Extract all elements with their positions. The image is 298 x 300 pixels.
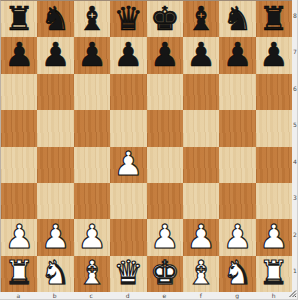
black-rook[interactable]: ♜ [4, 2, 34, 35]
square-a6[interactable] [1, 74, 37, 110]
black-pawn[interactable]: ♟ [114, 38, 144, 71]
square-d2[interactable] [110, 219, 146, 255]
square-h3[interactable] [256, 183, 292, 219]
square-g1[interactable]: ♞ [219, 256, 255, 292]
square-c6[interactable] [74, 74, 110, 110]
square-b2[interactable]: ♟ [37, 219, 73, 255]
rank-label-1: 1 [292, 253, 298, 290]
square-a7[interactable]: ♟ [1, 37, 37, 73]
square-g7[interactable]: ♟ [219, 37, 255, 73]
white-bishop[interactable]: ♝ [77, 256, 107, 289]
black-bishop[interactable]: ♝ [77, 2, 107, 35]
square-a4[interactable] [1, 147, 37, 183]
white-pawn[interactable]: ♟ [77, 220, 107, 253]
chess-board: ♜♞♝♛♚♝♞♜♟♟♟♟♟♟♟♟♟♟♟♟♟♟♟♟♜♞♝♛♚♝♞♜ [0, 0, 292, 292]
square-g6[interactable] [219, 74, 255, 110]
resize-grip-icon[interactable] [288, 289, 297, 298]
rank-label-5: 5 [292, 107, 298, 144]
white-king[interactable]: ♚ [150, 256, 180, 289]
square-a5[interactable] [1, 110, 37, 146]
white-rook[interactable]: ♜ [259, 256, 289, 289]
square-a8[interactable]: ♜ [1, 1, 37, 37]
square-d5[interactable] [110, 110, 146, 146]
square-d7[interactable]: ♟ [110, 37, 146, 73]
square-f8[interactable]: ♝ [183, 1, 219, 37]
square-h5[interactable] [256, 110, 292, 146]
square-f5[interactable] [183, 110, 219, 146]
file-label-h: h [256, 292, 293, 300]
square-h7[interactable]: ♟ [256, 37, 292, 73]
square-e8[interactable]: ♚ [147, 1, 183, 37]
rank-label-7: 7 [292, 34, 298, 71]
white-pawn[interactable]: ♟ [150, 220, 180, 253]
white-pawn[interactable]: ♟ [223, 220, 253, 253]
file-label-d: d [110, 292, 147, 300]
black-pawn[interactable]: ♟ [41, 38, 71, 71]
black-queen[interactable]: ♛ [114, 2, 144, 35]
square-b6[interactable] [37, 74, 73, 110]
black-pawn[interactable]: ♟ [259, 38, 289, 71]
square-d8[interactable]: ♛ [110, 1, 146, 37]
square-b3[interactable] [37, 183, 73, 219]
square-f2[interactable]: ♟ [183, 219, 219, 255]
file-label-g: g [219, 292, 256, 300]
square-c4[interactable] [74, 147, 110, 183]
square-e6[interactable] [147, 74, 183, 110]
square-c2[interactable]: ♟ [74, 219, 110, 255]
square-f1[interactable]: ♝ [183, 256, 219, 292]
square-g5[interactable] [219, 110, 255, 146]
black-pawn[interactable]: ♟ [77, 38, 107, 71]
square-c3[interactable] [74, 183, 110, 219]
black-rook[interactable]: ♜ [259, 2, 289, 35]
square-e3[interactable] [147, 183, 183, 219]
rank-coordinates: 87654321 [292, 0, 298, 292]
square-f3[interactable] [183, 183, 219, 219]
square-d6[interactable] [110, 74, 146, 110]
white-queen[interactable]: ♛ [114, 256, 144, 289]
square-e4[interactable] [147, 147, 183, 183]
square-b5[interactable] [37, 110, 73, 146]
square-h6[interactable] [256, 74, 292, 110]
square-b8[interactable]: ♞ [37, 1, 73, 37]
square-h2[interactable]: ♟ [256, 219, 292, 255]
black-pawn[interactable]: ♟ [4, 38, 34, 71]
black-knight[interactable]: ♞ [41, 2, 71, 35]
square-a3[interactable] [1, 183, 37, 219]
black-knight[interactable]: ♞ [223, 2, 253, 35]
board-frame: ♜♞♝♛♚♝♞♜♟♟♟♟♟♟♟♟♟♟♟♟♟♟♟♟♜♞♝♛♚♝♞♜ 8765432… [0, 0, 298, 300]
file-label-b: b [37, 292, 74, 300]
square-c7[interactable]: ♟ [74, 37, 110, 73]
square-g2[interactable]: ♟ [219, 219, 255, 255]
black-bishop[interactable]: ♝ [186, 2, 216, 35]
square-c1[interactable]: ♝ [74, 256, 110, 292]
rank-label-6: 6 [292, 70, 298, 107]
square-d1[interactable]: ♛ [110, 256, 146, 292]
square-d4[interactable]: ♟ [110, 147, 146, 183]
square-e2[interactable]: ♟ [147, 219, 183, 255]
file-label-f: f [183, 292, 220, 300]
square-a2[interactable]: ♟ [1, 219, 37, 255]
white-pawn[interactable]: ♟ [186, 220, 216, 253]
black-pawn[interactable]: ♟ [150, 38, 180, 71]
square-c5[interactable] [74, 110, 110, 146]
square-e1[interactable]: ♚ [147, 256, 183, 292]
square-b7[interactable]: ♟ [37, 37, 73, 73]
rank-label-2: 2 [292, 216, 298, 253]
white-pawn[interactable]: ♟ [114, 147, 144, 180]
square-c8[interactable]: ♝ [74, 1, 110, 37]
file-label-c: c [73, 292, 110, 300]
square-g8[interactable]: ♞ [219, 1, 255, 37]
white-rook[interactable]: ♜ [4, 256, 34, 289]
square-b4[interactable] [37, 147, 73, 183]
white-knight[interactable]: ♞ [223, 256, 253, 289]
white-pawn[interactable]: ♟ [259, 220, 289, 253]
black-king[interactable]: ♚ [150, 2, 180, 35]
white-pawn[interactable]: ♟ [4, 220, 34, 253]
square-e5[interactable] [147, 110, 183, 146]
square-h1[interactable]: ♜ [256, 256, 292, 292]
square-f6[interactable] [183, 74, 219, 110]
square-d3[interactable] [110, 183, 146, 219]
square-f4[interactable] [183, 147, 219, 183]
square-a1[interactable]: ♜ [1, 256, 37, 292]
square-h8[interactable]: ♜ [256, 1, 292, 37]
square-b1[interactable]: ♞ [37, 256, 73, 292]
square-f7[interactable]: ♟ [183, 37, 219, 73]
square-g3[interactable] [219, 183, 255, 219]
square-e7[interactable]: ♟ [147, 37, 183, 73]
file-label-a: a [0, 292, 37, 300]
square-g4[interactable] [219, 147, 255, 183]
white-pawn[interactable]: ♟ [41, 220, 71, 253]
rank-label-8: 8 [292, 0, 298, 34]
square-h4[interactable] [256, 147, 292, 183]
file-label-e: e [146, 292, 183, 300]
white-bishop[interactable]: ♝ [186, 256, 216, 289]
file-coordinates: abcdefgh [0, 292, 292, 300]
rank-label-3: 3 [292, 180, 298, 217]
white-knight[interactable]: ♞ [41, 256, 71, 289]
black-pawn[interactable]: ♟ [186, 38, 216, 71]
black-pawn[interactable]: ♟ [223, 38, 253, 71]
rank-label-4: 4 [292, 143, 298, 180]
